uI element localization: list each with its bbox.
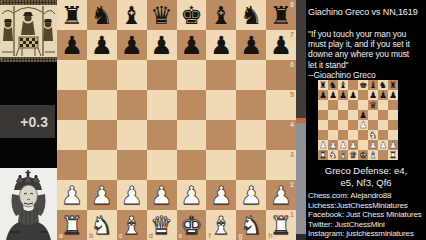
square-h7: ♟ [388,90,398,100]
square-b8: ♞ [328,80,338,90]
piece-black-queen: ♛ [150,3,172,28]
piece-black-knight: ♞ [91,3,113,28]
square-f4[interactable] [206,120,236,150]
square-h2[interactable]: ♟2 [266,180,296,210]
square-a4[interactable] [57,120,87,150]
square-b5[interactable] [87,90,117,120]
piece-white-knight: ♞ [369,131,377,140]
piece-white-pawn: ♟ [180,183,202,208]
square-b7[interactable]: ♟ [87,30,117,60]
piece-white-bishop: ♝ [339,151,347,160]
square-g5 [378,110,388,120]
piece-black-pawn: ♟ [319,91,327,100]
main-chess-board[interactable]: ♜♞♝♛♚♝♞♜8♟♟♟♟♟♟♟♟76543♟♟♟♟♟♟♟♟2♜a♞b♝c♛d♚… [57,0,296,240]
quote-line: downe any where you must [308,49,426,59]
piece-black-pawn: ♟ [359,111,367,120]
square-a8: ♜ [318,80,328,90]
square-f7: ♟ [368,90,378,100]
square-h4[interactable]: 4 [266,120,296,150]
square-g5[interactable] [236,90,266,120]
piece-black-knight: ♞ [379,81,387,90]
piece-black-king: ♚ [359,81,367,90]
piece-black-king: ♚ [180,3,202,28]
square-e4: ♟ [358,120,368,130]
square-d8 [348,80,358,90]
square-g8[interactable]: ♞ [236,0,266,30]
file-label-d: d [149,232,153,239]
square-e8: ♚ [358,80,368,90]
square-d7[interactable]: ♟ [147,30,177,60]
piece-black-queen: ♛ [369,101,377,110]
square-d1[interactable]: ♛d [147,210,177,240]
square-e4[interactable] [177,120,207,150]
square-d3[interactable] [147,150,177,180]
piece-black-knight: ♞ [240,3,262,28]
piece-white-pawn: ♟ [61,183,83,208]
square-f3[interactable] [206,150,236,180]
piece-white-queen: ♛ [150,213,172,238]
piece-black-pawn: ♟ [61,33,83,58]
square-c6 [338,100,348,110]
square-c4[interactable] [117,120,147,150]
square-d2: ♟ [348,140,358,150]
piece-white-pawn: ♟ [240,183,262,208]
square-d5[interactable] [147,90,177,120]
piece-black-rook: ♜ [319,81,327,90]
square-h8: ♜ [388,80,398,90]
square-a3 [318,130,328,140]
rank-label-1: 1 [290,211,294,218]
square-c5 [338,110,348,120]
square-e5[interactable] [177,90,207,120]
square-e2[interactable]: ♟ [177,180,207,210]
quote-attribution: --Gioachino Greco [308,70,426,80]
evalbar-black-portion [296,0,306,118]
square-h5[interactable]: 5 [266,90,296,120]
square-d2[interactable]: ♟ [147,180,177,210]
square-d3 [348,130,358,140]
opening-name: Greco Defense: e4, e5, Nf3, Qf6 [306,165,426,190]
square-g2[interactable]: ♟ [236,180,266,210]
square-f1: ♝ [368,150,378,160]
piece-black-pawn: ♟ [180,33,202,58]
piece-black-pawn: ♟ [150,33,172,58]
square-b3[interactable] [87,150,117,180]
square-a6 [318,100,328,110]
piece-black-bishop: ♝ [210,3,232,28]
piece-white-pawn: ♟ [91,183,113,208]
square-e1: ♚ [358,150,368,160]
piece-black-pawn: ♟ [329,91,337,100]
square-g6[interactable] [236,60,266,90]
square-f5[interactable] [206,90,236,120]
square-b5 [328,110,338,120]
rank-label-7: 7 [290,31,294,38]
square-b6 [328,100,338,110]
square-e8[interactable]: ♚ [177,0,207,30]
square-e1[interactable]: ♚e [177,210,207,240]
file-label-c: c [119,232,123,239]
piece-black-pawn: ♟ [349,91,357,100]
square-h4 [388,120,398,130]
rank-label-8: 8 [290,1,294,8]
square-e7 [358,90,368,100]
square-f3: ♞ [368,130,378,140]
square-c8: ♝ [338,80,348,90]
square-g6 [378,100,388,110]
square-a7: ♟ [318,90,328,100]
square-c6[interactable] [117,60,147,90]
rank-label-5: 5 [290,91,294,98]
square-h7[interactable]: ♟7 [266,30,296,60]
square-d5 [348,110,358,120]
left-strip: +0.3 [0,0,57,240]
greco-quote: "If you touch your man you must play it,… [308,29,426,80]
square-f2: ♟ [368,140,378,150]
square-b2[interactable]: ♟ [87,180,117,210]
piece-white-pawn: ♟ [150,183,172,208]
rank-label-2: 2 [290,181,294,188]
square-f1[interactable]: ♝f [206,210,236,240]
square-b2: ♟ [328,140,338,150]
square-c4 [338,120,348,130]
piece-black-bishop: ♝ [369,81,377,90]
square-f6: ♛ [368,100,378,110]
link-chesscom: Chess.com: Alejandro88 [308,191,426,201]
square-f8: ♝ [368,80,378,90]
engine-eval-value: +0.3 [20,114,48,130]
square-b1[interactable]: ♞b [87,210,117,240]
piece-white-pawn: ♟ [329,141,337,150]
square-f8[interactable]: ♝ [206,0,236,30]
square-a2: ♟ [318,140,328,150]
square-c8[interactable]: ♝ [117,0,147,30]
piece-white-rook: ♜ [270,213,292,238]
evaluation-bar [296,0,306,240]
square-d7: ♟ [348,90,358,100]
piece-white-pawn: ♟ [359,121,367,130]
square-b3 [328,130,338,140]
piece-black-pawn: ♟ [120,33,142,58]
square-g2: ♟ [378,140,388,150]
quote-line: let it stand" [308,60,426,70]
sidebar: Giachino Greco vs NN,1619 "If you touch … [306,0,426,240]
square-b4[interactable] [87,120,117,150]
piece-white-knight: ♞ [240,213,262,238]
square-a5 [318,110,328,120]
square-e7[interactable]: ♟ [177,30,207,60]
piece-white-pawn: ♟ [379,141,387,150]
piece-black-rook: ♜ [270,3,292,28]
social-links: Chess.com: Alejandro88 Lichess:JustChess… [308,191,426,239]
piece-white-rook: ♜ [389,151,397,160]
square-d4 [348,120,358,130]
piece-black-rook: ♜ [389,81,397,90]
square-g1[interactable]: ♞g [236,210,266,240]
rank-label-3: 3 [290,151,294,158]
square-g3 [378,130,388,140]
piece-white-pawn: ♟ [339,141,347,150]
piece-black-pawn: ♟ [210,33,232,58]
square-f6[interactable] [206,60,236,90]
square-c1: ♝ [338,150,348,160]
square-d1: ♛ [348,150,358,160]
square-a8[interactable]: ♜ [57,0,87,30]
square-h6 [388,100,398,110]
opening-diagram-board: ♜♞♝♚♝♞♜♟♟♟♟♟♟♟♛♟♟♞♟♟♟♟♟♟♟♜♞♝♛♚♝♜ [318,80,398,160]
square-c3[interactable] [117,150,147,180]
square-f5 [368,110,378,120]
chess-players-woodcut-image [0,0,57,62]
piece-black-knight: ♞ [329,81,337,90]
piece-white-bishop: ♝ [369,151,377,160]
square-h6[interactable]: 6 [266,60,296,90]
square-b4 [328,120,338,130]
rank-label-4: 4 [290,121,294,128]
square-h1: ♜ [388,150,398,160]
piece-white-pawn: ♟ [120,183,142,208]
square-c3 [338,130,348,140]
square-g3[interactable] [236,150,266,180]
file-label-h: h [268,232,272,239]
link-facebook: Facebook: Just Chess Miniatures [308,210,426,220]
square-h3 [388,130,398,140]
square-a1[interactable]: ♜a [57,210,87,240]
square-a4 [318,120,328,130]
piece-black-bishop: ♝ [120,3,142,28]
square-c7[interactable]: ♟ [117,30,147,60]
piece-white-knight: ♞ [91,213,113,238]
square-a1: ♜ [318,150,328,160]
square-d4[interactable] [147,120,177,150]
piece-white-king: ♚ [359,151,367,160]
square-c2: ♟ [338,140,348,150]
link-twitter: Twitter: JustChessMini [308,220,426,230]
square-b1: ♞ [328,150,338,160]
file-label-f: f [208,232,210,239]
rank-label-6: 6 [290,61,294,68]
square-h3[interactable]: 3 [266,150,296,180]
square-e5: ♟ [358,110,368,120]
square-g4 [378,120,388,130]
engine-eval-box: +0.3 [0,105,55,138]
opening-line: e5, Nf3, Qf6 [306,177,426,189]
square-e3[interactable] [177,150,207,180]
square-b6[interactable] [87,60,117,90]
quote-line: must play it, and if you set it [308,39,426,49]
file-label-b: b [89,232,93,239]
square-a3[interactable] [57,150,87,180]
square-a6[interactable] [57,60,87,90]
piece-white-bishop: ♝ [120,213,142,238]
piece-black-pawn: ♟ [339,91,347,100]
square-g7[interactable]: ♟ [236,30,266,60]
link-lichess: Lichess:JustChessMiniatures [308,201,426,211]
square-c5[interactable] [117,90,147,120]
piece-white-pawn: ♟ [210,183,232,208]
piece-black-pawn: ♟ [389,91,397,100]
square-g1 [378,150,388,160]
piece-black-rook: ♜ [61,3,83,28]
piece-white-queen: ♛ [349,151,357,160]
opening-line: Greco Defense: e4, [306,165,426,177]
square-b7: ♟ [328,90,338,100]
square-h2: ♟ [388,140,398,150]
file-label-g: g [238,232,242,239]
piece-white-pawn: ♟ [349,141,357,150]
piece-white-pawn: ♟ [270,183,292,208]
file-label-a: a [59,232,63,239]
square-a5[interactable] [57,90,87,120]
link-instagram: Instagram: justchessminiatures [308,229,426,239]
piece-white-king: ♚ [180,213,202,238]
square-a7[interactable]: ♟ [57,30,87,60]
piece-black-pawn: ♟ [379,91,387,100]
square-a2[interactable]: ♟ [57,180,87,210]
square-c2[interactable]: ♟ [117,180,147,210]
square-c1[interactable]: ♝c [117,210,147,240]
square-h5 [388,110,398,120]
piece-black-pawn: ♟ [91,33,113,58]
square-f4 [368,120,378,130]
square-e6 [358,100,368,110]
file-label-e: e [179,232,183,239]
square-d8[interactable]: ♛ [147,0,177,30]
square-h8[interactable]: ♜8 [266,0,296,30]
square-c7: ♟ [338,90,348,100]
piece-white-pawn: ♟ [389,141,397,150]
piece-white-bishop: ♝ [210,213,232,238]
square-e3 [358,130,368,140]
piece-black-pawn: ♟ [369,91,377,100]
piece-white-rook: ♜ [319,151,327,160]
piece-black-pawn: ♟ [270,33,292,58]
square-d6[interactable] [147,60,177,90]
king-portrait-image [0,168,57,240]
piece-black-bishop: ♝ [339,81,347,90]
piece-white-pawn: ♟ [369,141,377,150]
square-e6[interactable] [177,60,207,90]
square-f7[interactable]: ♟ [206,30,236,60]
square-f2[interactable]: ♟ [206,180,236,210]
square-g8: ♞ [378,80,388,90]
piece-white-knight: ♞ [329,151,337,160]
piece-white-pawn: ♟ [319,141,327,150]
game-title: Giachino Greco vs NN,1619 [308,7,426,17]
square-e2 [358,140,368,150]
piece-black-pawn: ♟ [240,33,262,58]
square-b8[interactable]: ♞ [87,0,117,30]
square-g4[interactable] [236,120,266,150]
square-h1[interactable]: ♜1h [266,210,296,240]
quote-line: "If you touch your man you [308,29,426,39]
evalbar-white-portion [296,123,306,234]
square-d6 [348,100,358,110]
piece-white-rook: ♜ [61,213,83,238]
video-frame: +0.3 ♜♞♝♛♚♝♞♜8♟♟♟♟♟♟♟♟76543♟♟♟♟♟♟♟♟2♜a♞b… [0,0,426,240]
square-g7: ♟ [378,90,388,100]
